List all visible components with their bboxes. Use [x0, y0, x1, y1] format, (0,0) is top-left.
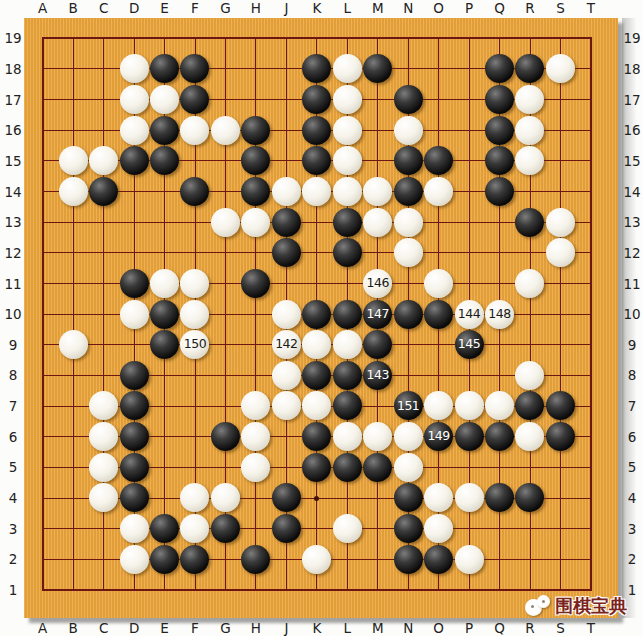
board-point-E9[interactable]	[149, 329, 179, 360]
board-point-S12[interactable]	[545, 237, 575, 268]
board-point-G1[interactable]	[210, 575, 240, 606]
board-point-N12[interactable]	[393, 237, 423, 268]
board-point-R13[interactable]	[515, 207, 545, 238]
board-point-T19[interactable]	[576, 23, 606, 54]
board-point-G13[interactable]	[210, 207, 240, 238]
white-stone-J8[interactable]	[272, 361, 301, 390]
board-point-K7[interactable]	[302, 391, 332, 422]
board-point-F10[interactable]	[180, 299, 210, 330]
board-point-G12[interactable]	[210, 237, 240, 268]
board-point-C3[interactable]	[88, 513, 118, 544]
board-point-T18[interactable]	[576, 54, 606, 85]
white-stone-D17[interactable]	[120, 85, 149, 114]
board-point-A3[interactable]	[27, 513, 57, 544]
board-point-M7[interactable]	[362, 391, 392, 422]
board-point-N9[interactable]	[393, 329, 423, 360]
board-point-J8[interactable]	[271, 360, 301, 391]
board-point-F4[interactable]	[180, 483, 210, 514]
black-stone-J3[interactable]	[272, 514, 301, 543]
board-point-B14[interactable]	[58, 176, 88, 207]
board-point-B17[interactable]	[58, 84, 88, 115]
board-point-L9[interactable]	[332, 329, 362, 360]
board-point-R2[interactable]	[515, 544, 545, 575]
board-point-Q9[interactable]	[484, 329, 514, 360]
board-point-G3[interactable]	[210, 513, 240, 544]
board-point-R17[interactable]	[515, 84, 545, 115]
black-stone-N15[interactable]	[394, 146, 423, 175]
board-point-S18[interactable]	[545, 54, 575, 85]
board-point-A14[interactable]	[27, 176, 57, 207]
white-stone-D18[interactable]	[120, 54, 149, 83]
board-point-C6[interactable]	[88, 421, 118, 452]
board-point-L7[interactable]	[332, 391, 362, 422]
board-point-Q15[interactable]	[484, 146, 514, 177]
white-stone-L18[interactable]	[333, 54, 362, 83]
board-point-D6[interactable]	[119, 421, 149, 452]
black-stone-O15[interactable]	[424, 146, 453, 175]
board-point-Q16[interactable]	[484, 115, 514, 146]
white-stone-P10[interactable]: 144	[455, 300, 484, 329]
white-stone-G4[interactable]	[211, 483, 240, 512]
board-point-D9[interactable]	[119, 329, 149, 360]
white-stone-B15[interactable]	[59, 146, 88, 175]
board-point-P7[interactable]	[454, 391, 484, 422]
board-point-R12[interactable]	[515, 237, 545, 268]
board-point-F5[interactable]	[180, 452, 210, 483]
board-point-T6[interactable]	[576, 421, 606, 452]
black-stone-F17[interactable]	[180, 85, 209, 114]
board-point-L19[interactable]	[332, 23, 362, 54]
board-point-G14[interactable]	[210, 176, 240, 207]
board-point-A15[interactable]	[27, 146, 57, 177]
board-point-A6[interactable]	[27, 421, 57, 452]
board-point-T11[interactable]	[576, 268, 606, 299]
board-point-Q12[interactable]	[484, 237, 514, 268]
board-point-H7[interactable]	[241, 391, 271, 422]
board-point-H15[interactable]	[241, 146, 271, 177]
board-point-P12[interactable]	[454, 237, 484, 268]
board-point-E4[interactable]	[149, 483, 179, 514]
black-stone-O2[interactable]	[424, 545, 453, 574]
board-point-G19[interactable]	[210, 23, 240, 54]
board-point-S8[interactable]	[545, 360, 575, 391]
board-point-S10[interactable]	[545, 299, 575, 330]
white-stone-L3[interactable]	[333, 514, 362, 543]
board-point-N15[interactable]	[393, 146, 423, 177]
board-point-Q2[interactable]	[484, 544, 514, 575]
board-point-J4[interactable]	[271, 483, 301, 514]
black-stone-E3[interactable]	[150, 514, 179, 543]
board-point-G2[interactable]	[210, 544, 240, 575]
board-point-B10[interactable]	[58, 299, 88, 330]
white-stone-O14[interactable]	[424, 177, 453, 206]
black-stone-Q16[interactable]	[485, 116, 514, 145]
board-point-O3[interactable]	[423, 513, 453, 544]
board-point-M15[interactable]	[362, 146, 392, 177]
black-stone-R7[interactable]	[515, 391, 544, 420]
board-point-B4[interactable]	[58, 483, 88, 514]
board-point-C12[interactable]	[88, 237, 118, 268]
black-stone-D15[interactable]	[120, 146, 149, 175]
board-point-B8[interactable]	[58, 360, 88, 391]
board-point-P17[interactable]	[454, 84, 484, 115]
board-point-Q10[interactable]: 148	[484, 299, 514, 330]
white-stone-C7[interactable]	[89, 391, 118, 420]
board-point-E13[interactable]	[149, 207, 179, 238]
board-point-G18[interactable]	[210, 54, 240, 85]
board-point-G5[interactable]	[210, 452, 240, 483]
board-point-E8[interactable]	[149, 360, 179, 391]
board-point-N14[interactable]	[393, 176, 423, 207]
board-point-T14[interactable]	[576, 176, 606, 207]
board-point-C8[interactable]	[88, 360, 118, 391]
board-point-L8[interactable]	[332, 360, 362, 391]
white-stone-Q10[interactable]: 148	[485, 300, 514, 329]
board-point-P11[interactable]	[454, 268, 484, 299]
board-point-A7[interactable]	[27, 391, 57, 422]
white-stone-J9[interactable]: 142	[272, 330, 301, 359]
board-point-Q3[interactable]	[484, 513, 514, 544]
white-stone-F4[interactable]	[180, 483, 209, 512]
board-point-C5[interactable]	[88, 452, 118, 483]
board-point-N11[interactable]	[393, 268, 423, 299]
board-point-M6[interactable]	[362, 421, 392, 452]
board-point-R3[interactable]	[515, 513, 545, 544]
black-stone-J12[interactable]	[272, 238, 301, 267]
white-stone-M11[interactable]: 146	[363, 269, 392, 298]
board-point-B11[interactable]	[58, 268, 88, 299]
board-point-S16[interactable]	[545, 115, 575, 146]
board-point-C18[interactable]	[88, 54, 118, 85]
board-point-C4[interactable]	[88, 483, 118, 514]
board-point-G8[interactable]	[210, 360, 240, 391]
board-point-T5[interactable]	[576, 452, 606, 483]
black-stone-E2[interactable]	[150, 545, 179, 574]
white-stone-J7[interactable]	[272, 391, 301, 420]
board-point-E5[interactable]	[149, 452, 179, 483]
white-stone-G13[interactable]	[211, 208, 240, 237]
board-point-M10[interactable]: 147	[362, 299, 392, 330]
white-stone-K14[interactable]	[302, 177, 331, 206]
white-stone-P4[interactable]	[455, 483, 484, 512]
board-point-F6[interactable]	[180, 421, 210, 452]
white-stone-H6[interactable]	[241, 422, 270, 451]
black-stone-Q17[interactable]	[485, 85, 514, 114]
board-point-K10[interactable]	[302, 299, 332, 330]
black-stone-N3[interactable]	[394, 514, 423, 543]
board-point-T16[interactable]	[576, 115, 606, 146]
black-stone-M18[interactable]	[363, 54, 392, 83]
board-point-Q7[interactable]	[484, 391, 514, 422]
black-stone-E15[interactable]	[150, 146, 179, 175]
board-point-S9[interactable]	[545, 329, 575, 360]
board-point-P14[interactable]	[454, 176, 484, 207]
board-point-N16[interactable]	[393, 115, 423, 146]
board-point-Q17[interactable]	[484, 84, 514, 115]
board-point-D2[interactable]	[119, 544, 149, 575]
board-point-O7[interactable]	[423, 391, 453, 422]
board-point-P10[interactable]: 144	[454, 299, 484, 330]
board-point-G17[interactable]	[210, 84, 240, 115]
board-point-M3[interactable]	[362, 513, 392, 544]
white-stone-O3[interactable]	[424, 514, 453, 543]
board-point-C10[interactable]	[88, 299, 118, 330]
board-point-C16[interactable]	[88, 115, 118, 146]
board-point-H6[interactable]	[241, 421, 271, 452]
board-point-Q11[interactable]	[484, 268, 514, 299]
board-point-F14[interactable]	[180, 176, 210, 207]
black-stone-L5[interactable]	[333, 453, 362, 482]
board-point-N4[interactable]	[393, 483, 423, 514]
board-point-T7[interactable]	[576, 391, 606, 422]
board-point-E11[interactable]	[149, 268, 179, 299]
board-point-O5[interactable]	[423, 452, 453, 483]
white-stone-K9[interactable]	[302, 330, 331, 359]
black-stone-O6[interactable]: 149	[424, 422, 453, 451]
board-point-E16[interactable]	[149, 115, 179, 146]
board-point-T13[interactable]	[576, 207, 606, 238]
board-point-O15[interactable]	[423, 146, 453, 177]
black-stone-S7[interactable]	[546, 391, 575, 420]
board-point-R7[interactable]	[515, 391, 545, 422]
board-point-P4[interactable]	[454, 483, 484, 514]
black-stone-M10[interactable]: 147	[363, 300, 392, 329]
board-point-A13[interactable]	[27, 207, 57, 238]
board-point-S11[interactable]	[545, 268, 575, 299]
board-point-D15[interactable]	[119, 146, 149, 177]
white-stone-L17[interactable]	[333, 85, 362, 114]
board-point-R14[interactable]	[515, 176, 545, 207]
black-stone-L10[interactable]	[333, 300, 362, 329]
board-point-F8[interactable]	[180, 360, 210, 391]
black-stone-R13[interactable]	[515, 208, 544, 237]
black-stone-P6[interactable]	[455, 422, 484, 451]
board-point-K12[interactable]	[302, 237, 332, 268]
board-point-B6[interactable]	[58, 421, 88, 452]
black-stone-K8[interactable]	[302, 361, 331, 390]
white-stone-R17[interactable]	[515, 85, 544, 114]
board-point-L17[interactable]	[332, 84, 362, 115]
white-stone-P7[interactable]	[455, 391, 484, 420]
board-point-E7[interactable]	[149, 391, 179, 422]
board-point-M2[interactable]	[362, 544, 392, 575]
board-point-L10[interactable]	[332, 299, 362, 330]
board-point-L4[interactable]	[332, 483, 362, 514]
board-point-F13[interactable]	[180, 207, 210, 238]
board-point-D7[interactable]	[119, 391, 149, 422]
board-point-E18[interactable]	[149, 54, 179, 85]
board-point-J9[interactable]: 142	[271, 329, 301, 360]
board-point-N17[interactable]	[393, 84, 423, 115]
board-point-O6[interactable]: 149	[423, 421, 453, 452]
board-point-C1[interactable]	[88, 575, 118, 606]
board-point-H12[interactable]	[241, 237, 271, 268]
board-point-H5[interactable]	[241, 452, 271, 483]
black-stone-E10[interactable]	[150, 300, 179, 329]
board-point-C17[interactable]	[88, 84, 118, 115]
board-point-A5[interactable]	[27, 452, 57, 483]
board-point-G7[interactable]	[210, 391, 240, 422]
board-point-Q13[interactable]	[484, 207, 514, 238]
board-point-L15[interactable]	[332, 146, 362, 177]
board-point-P19[interactable]	[454, 23, 484, 54]
black-stone-Q6[interactable]	[485, 422, 514, 451]
board-point-C2[interactable]	[88, 544, 118, 575]
board-point-C11[interactable]	[88, 268, 118, 299]
white-stone-C6[interactable]	[89, 422, 118, 451]
board-point-B1[interactable]	[58, 575, 88, 606]
board-point-P16[interactable]	[454, 115, 484, 146]
board-point-Q6[interactable]	[484, 421, 514, 452]
board-point-J15[interactable]	[271, 146, 301, 177]
board-point-C9[interactable]	[88, 329, 118, 360]
board-point-F17[interactable]	[180, 84, 210, 115]
board-point-B19[interactable]	[58, 23, 88, 54]
board-point-E10[interactable]	[149, 299, 179, 330]
board-point-K1[interactable]	[302, 575, 332, 606]
black-stone-E9[interactable]	[150, 330, 179, 359]
white-stone-P2[interactable]	[455, 545, 484, 574]
board-point-S3[interactable]	[545, 513, 575, 544]
board-point-E1[interactable]	[149, 575, 179, 606]
board-point-Q19[interactable]	[484, 23, 514, 54]
board-point-B2[interactable]	[58, 544, 88, 575]
board-point-D8[interactable]	[119, 360, 149, 391]
board-point-A18[interactable]	[27, 54, 57, 85]
board-point-J7[interactable]	[271, 391, 301, 422]
white-stone-M14[interactable]	[363, 177, 392, 206]
board-point-H10[interactable]	[241, 299, 271, 330]
board-point-A2[interactable]	[27, 544, 57, 575]
board-point-L16[interactable]	[332, 115, 362, 146]
board-point-S14[interactable]	[545, 176, 575, 207]
black-stone-M9[interactable]	[363, 330, 392, 359]
board-point-Q4[interactable]	[484, 483, 514, 514]
black-stone-P9[interactable]: 145	[455, 330, 484, 359]
board-point-S2[interactable]	[545, 544, 575, 575]
board-point-A17[interactable]	[27, 84, 57, 115]
white-stone-K7[interactable]	[302, 391, 331, 420]
board-point-O10[interactable]	[423, 299, 453, 330]
board-point-L14[interactable]	[332, 176, 362, 207]
board-point-E17[interactable]	[149, 84, 179, 115]
board-point-E12[interactable]	[149, 237, 179, 268]
board-point-J3[interactable]	[271, 513, 301, 544]
board-point-L12[interactable]	[332, 237, 362, 268]
board-point-N13[interactable]	[393, 207, 423, 238]
board-point-G6[interactable]	[210, 421, 240, 452]
board-point-N3[interactable]	[393, 513, 423, 544]
board-point-J13[interactable]	[271, 207, 301, 238]
white-stone-D3[interactable]	[120, 514, 149, 543]
board-point-P18[interactable]	[454, 54, 484, 85]
board-point-O19[interactable]	[423, 23, 453, 54]
board-point-J1[interactable]	[271, 575, 301, 606]
board-point-A8[interactable]	[27, 360, 57, 391]
board-point-K17[interactable]	[302, 84, 332, 115]
white-stone-L6[interactable]	[333, 422, 362, 451]
board-point-L13[interactable]	[332, 207, 362, 238]
white-stone-L16[interactable]	[333, 116, 362, 145]
board-point-G10[interactable]	[210, 299, 240, 330]
board-point-F11[interactable]	[180, 268, 210, 299]
white-stone-O4[interactable]	[424, 483, 453, 512]
board-point-J19[interactable]	[271, 23, 301, 54]
board-point-A16[interactable]	[27, 115, 57, 146]
board-point-R6[interactable]	[515, 421, 545, 452]
black-stone-N7[interactable]: 151	[394, 391, 423, 420]
board-point-B3[interactable]	[58, 513, 88, 544]
board-point-Q18[interactable]	[484, 54, 514, 85]
black-stone-Q4[interactable]	[485, 483, 514, 512]
black-stone-H2[interactable]	[241, 545, 270, 574]
black-stone-D11[interactable]	[120, 269, 149, 298]
board-point-K4[interactable]	[302, 483, 332, 514]
board-point-N5[interactable]	[393, 452, 423, 483]
black-stone-H16[interactable]	[241, 116, 270, 145]
board-point-L1[interactable]	[332, 575, 362, 606]
black-stone-K16[interactable]	[302, 116, 331, 145]
board-point-R15[interactable]	[515, 146, 545, 177]
white-stone-R16[interactable]	[515, 116, 544, 145]
white-stone-N12[interactable]	[394, 238, 423, 267]
board-point-N18[interactable]	[393, 54, 423, 85]
board-point-R10[interactable]	[515, 299, 545, 330]
board-point-B9[interactable]	[58, 329, 88, 360]
white-stone-B14[interactable]	[59, 177, 88, 206]
board-point-D5[interactable]	[119, 452, 149, 483]
black-stone-F14[interactable]	[180, 177, 209, 206]
board-point-E15[interactable]	[149, 146, 179, 177]
board-point-M17[interactable]	[362, 84, 392, 115]
board-point-O14[interactable]	[423, 176, 453, 207]
white-stone-L9[interactable]	[333, 330, 362, 359]
board-point-T15[interactable]	[576, 146, 606, 177]
board-point-B7[interactable]	[58, 391, 88, 422]
board-point-C19[interactable]	[88, 23, 118, 54]
white-stone-L14[interactable]	[333, 177, 362, 206]
black-stone-D7[interactable]	[120, 391, 149, 420]
board-point-E19[interactable]	[149, 23, 179, 54]
white-stone-D16[interactable]	[120, 116, 149, 145]
board-point-K11[interactable]	[302, 268, 332, 299]
black-stone-C14[interactable]	[89, 177, 118, 206]
white-stone-N13[interactable]	[394, 208, 423, 237]
board-point-M18[interactable]	[362, 54, 392, 85]
board-point-Q5[interactable]	[484, 452, 514, 483]
board-point-J16[interactable]	[271, 115, 301, 146]
board-point-F12[interactable]	[180, 237, 210, 268]
board-point-G11[interactable]	[210, 268, 240, 299]
board-point-Q1[interactable]	[484, 575, 514, 606]
black-stone-L8[interactable]	[333, 361, 362, 390]
black-stone-Q18[interactable]	[485, 54, 514, 83]
board-point-B15[interactable]	[58, 146, 88, 177]
board-point-M16[interactable]	[362, 115, 392, 146]
board-point-L11[interactable]	[332, 268, 362, 299]
board-point-D4[interactable]	[119, 483, 149, 514]
white-stone-S18[interactable]	[546, 54, 575, 83]
board-point-N10[interactable]	[393, 299, 423, 330]
board-point-K3[interactable]	[302, 513, 332, 544]
black-stone-E16[interactable]	[150, 116, 179, 145]
white-stone-C15[interactable]	[89, 146, 118, 175]
black-stone-D6[interactable]	[120, 422, 149, 451]
board-point-E3[interactable]	[149, 513, 179, 544]
white-stone-M13[interactable]	[363, 208, 392, 237]
board-point-R4[interactable]	[515, 483, 545, 514]
white-stone-M6[interactable]	[363, 422, 392, 451]
